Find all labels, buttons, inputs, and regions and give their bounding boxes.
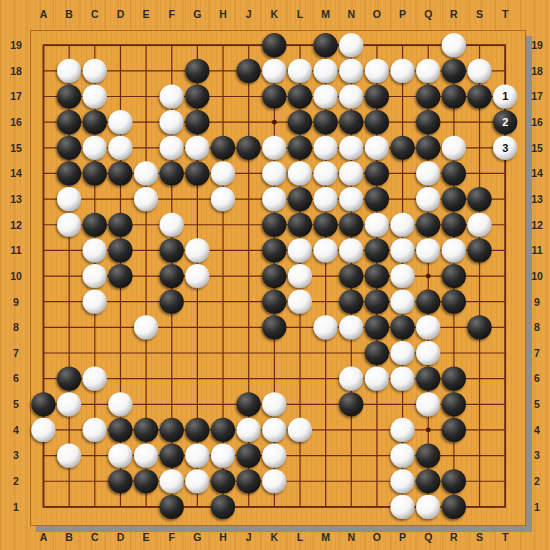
col-label-top: F [169,8,176,20]
stone-black-B17[interactable] [57,84,81,108]
stone-black-L17[interactable] [288,84,312,108]
stone-white-D15[interactable] [108,136,132,160]
stone-black-L15[interactable] [288,136,312,160]
stone-black-G18[interactable] [185,59,209,83]
stone-white-Q1[interactable] [416,495,440,519]
stone-black-F9[interactable] [160,290,184,314]
stone-white-G10[interactable] [185,264,209,288]
col-label-top: D [117,8,125,20]
stone-black-Q15[interactable] [416,136,440,160]
stone-black-Q9[interactable] [416,290,440,314]
stone-black-G4[interactable] [185,418,209,442]
stone-white-N8[interactable] [339,315,363,339]
stone-black-Q16[interactable] [416,110,440,134]
col-label-bottom: T [502,531,509,543]
stone-white-C18[interactable] [83,59,107,83]
stone-black-F11[interactable] [160,238,184,262]
stone-black-B14[interactable] [57,161,81,185]
stone-white-R11[interactable] [442,238,466,262]
stone-white-P11[interactable] [391,238,415,262]
stone-black-N5[interactable] [339,392,363,416]
stone-black-Q3[interactable] [416,444,440,468]
stone-black-J5[interactable] [237,392,261,416]
stone-white-N18[interactable] [339,59,363,83]
stone-white-B3[interactable] [57,444,81,468]
stone-black-S13[interactable] [467,187,491,211]
stone-white-Q7[interactable] [416,341,440,365]
stone-black-B6[interactable] [57,367,81,391]
stone-white-B12[interactable] [57,213,81,237]
stone-black-B16[interactable] [57,110,81,134]
row-label-left: 15 [10,142,22,154]
col-label-top: O [373,8,381,20]
stone-white-C11[interactable] [83,238,107,262]
row-label-left: 17 [10,90,22,102]
stone-black-E4[interactable] [134,418,158,442]
col-label-bottom: D [117,531,125,543]
stone-white-G2[interactable] [185,469,209,493]
stone-white-D5[interactable] [108,392,132,416]
stone-black-D11[interactable] [108,238,132,262]
stone-white-Q8[interactable] [416,315,440,339]
stone-white-F17[interactable] [160,84,184,108]
stone-black-S11[interactable] [467,238,491,262]
stone-white-L10[interactable] [288,264,312,288]
row-label-right: 8 [534,321,540,333]
stone-white-E3[interactable] [134,444,158,468]
col-label-bottom: H [219,531,227,543]
col-label-top: K [271,8,279,20]
go-board[interactable]: AABBCCDDEEFFGGHHJJKKLLMMNNOOPPQQRRSSTT19… [0,0,550,550]
row-label-right: 15 [531,142,543,154]
row-label-left: 16 [10,116,22,128]
row-label-left: 6 [13,372,19,384]
stone-white-F16[interactable] [160,110,184,134]
stone-white-N14[interactable] [339,161,363,185]
stone-white-O18[interactable] [365,59,389,83]
stone-black-D14[interactable] [108,161,132,185]
row-label-right: 11 [531,244,542,256]
col-label-bottom: L [297,531,304,543]
stone-black-H15[interactable] [211,136,235,160]
row-label-left: 2 [13,475,19,487]
stone-black-M12[interactable] [314,213,338,237]
stone-white-E8[interactable] [134,315,158,339]
row-label-right: 17 [531,90,543,102]
stone-white-P12[interactable] [391,213,415,237]
row-label-right: 19 [531,39,543,51]
row-label-left: 3 [13,449,19,461]
col-label-bottom: B [65,531,73,543]
stone-white-P10[interactable] [391,264,415,288]
row-label-right: 9 [534,296,540,308]
stone-white-L11[interactable] [288,238,312,262]
stone-black-C14[interactable] [83,161,107,185]
stone-black-K9[interactable] [262,290,286,314]
stone-white-K2[interactable] [262,469,286,493]
stone-white-C6[interactable] [83,367,107,391]
stone-black-K11[interactable] [262,238,286,262]
stone-black-F3[interactable] [160,444,184,468]
col-label-top: S [476,8,483,20]
col-label-top: P [399,8,406,20]
row-label-left: 8 [13,321,19,333]
stone-black-R1[interactable] [442,495,466,519]
stone-black-G16[interactable] [185,110,209,134]
stone-white-P7[interactable] [391,341,415,365]
stone-white-C17[interactable] [83,84,107,108]
row-label-left: 19 [10,39,22,51]
stone-black-A5[interactable] [31,392,55,416]
col-label-bottom: O [373,531,381,543]
col-label-bottom: S [476,531,483,543]
row-label-left: 5 [13,398,19,410]
stone-black-R9[interactable] [442,290,466,314]
stone-white-L4[interactable] [288,418,312,442]
stone-white-M11[interactable] [314,238,338,262]
stone-white-R19[interactable] [442,33,466,57]
stone-black-R17[interactable] [442,84,466,108]
stone-white-C10[interactable] [83,264,107,288]
stone-black-O8[interactable] [365,315,389,339]
stone-white-K3[interactable] [262,444,286,468]
stone-white-R15[interactable] [442,136,466,160]
col-label-bottom: C [91,531,99,543]
stone-white-B13[interactable] [57,187,81,211]
col-label-bottom: N [348,531,356,543]
stone-white-Q13[interactable] [416,187,440,211]
row-label-right: 16 [531,116,543,128]
col-label-top: E [143,8,150,20]
row-label-right: 4 [534,424,540,436]
stone-black-H2[interactable] [211,469,235,493]
row-label-left: 10 [10,270,22,282]
stone-white-K15[interactable] [262,136,286,160]
row-label-right: 2 [534,475,540,487]
stone-black-M19[interactable] [314,33,338,57]
stone-black-R5[interactable] [442,392,466,416]
stone-white-F12[interactable] [160,213,184,237]
col-label-bottom: G [193,531,201,543]
stone-black-J18[interactable] [237,59,261,83]
stone-white-C4[interactable] [83,418,107,442]
stone-white-P3[interactable] [391,444,415,468]
col-label-top: N [348,8,356,20]
row-label-left: 14 [10,167,22,179]
stone-black-Q2[interactable] [416,469,440,493]
stone-white-O15[interactable] [365,136,389,160]
stone-white-S12[interactable] [467,213,491,237]
col-label-top: J [246,8,252,20]
stone-black-R12[interactable] [442,213,466,237]
move-number-3: 3 [502,142,508,154]
stone-black-O13[interactable] [365,187,389,211]
stone-white-O6[interactable] [365,367,389,391]
stone-black-N16[interactable] [339,110,363,134]
row-label-left: 9 [13,296,19,308]
stone-white-S18[interactable] [467,59,491,83]
stone-white-N6[interactable] [339,367,363,391]
stone-black-F10[interactable] [160,264,184,288]
stone-white-A4[interactable] [31,418,55,442]
stone-black-S8[interactable] [467,315,491,339]
stone-black-L16[interactable] [288,110,312,134]
stone-black-K17[interactable] [262,84,286,108]
stone-white-N15[interactable] [339,136,363,160]
row-label-left: 12 [10,219,22,231]
row-label-right: 14 [531,167,543,179]
stone-white-C15[interactable] [83,136,107,160]
col-label-bottom: R [450,531,458,543]
stone-black-O16[interactable] [365,110,389,134]
stone-white-P1[interactable] [391,495,415,519]
stone-white-H3[interactable] [211,444,235,468]
col-label-bottom: Q [424,531,432,543]
stone-black-O11[interactable] [365,238,389,262]
col-label-top: R [450,8,458,20]
stone-white-P18[interactable] [391,59,415,83]
stone-black-Q12[interactable] [416,213,440,237]
stone-white-H14[interactable] [211,161,235,185]
stone-white-M18[interactable] [314,59,338,83]
col-label-bottom: P [399,531,406,543]
stone-white-M15[interactable] [314,136,338,160]
stone-black-F4[interactable] [160,418,184,442]
col-label-top: Q [424,8,432,20]
stone-black-D10[interactable] [108,264,132,288]
stone-white-K4[interactable] [262,418,286,442]
stone-white-O12[interactable] [365,213,389,237]
move-number-1: 1 [502,90,508,102]
stone-white-P2[interactable] [391,469,415,493]
col-label-top: M [321,8,330,20]
stone-black-H1[interactable] [211,495,235,519]
stone-white-F2[interactable] [160,469,184,493]
stone-white-J4[interactable] [237,418,261,442]
stone-white-C9[interactable] [83,290,107,314]
stone-black-D2[interactable] [108,469,132,493]
stone-black-N9[interactable] [339,290,363,314]
row-label-left: 1 [13,501,19,513]
stone-white-N11[interactable] [339,238,363,262]
stone-white-M13[interactable] [314,187,338,211]
stone-black-R2[interactable] [442,469,466,493]
row-label-right: 12 [531,219,543,231]
stone-black-C16[interactable] [83,110,107,134]
stone-white-E13[interactable] [134,187,158,211]
stone-white-E14[interactable] [134,161,158,185]
row-label-left: 13 [10,193,22,205]
stone-black-F14[interactable] [160,161,184,185]
row-label-right: 3 [534,449,540,461]
stone-black-G17[interactable] [185,84,209,108]
stone-black-B15[interactable] [57,136,81,160]
stone-black-K19[interactable] [262,33,286,57]
stone-black-L12[interactable] [288,213,312,237]
stone-black-E2[interactable] [134,469,158,493]
stone-white-G15[interactable] [185,136,209,160]
stone-white-M8[interactable] [314,315,338,339]
col-label-top: H [219,8,227,20]
col-label-top: B [65,8,73,20]
move-number-marks: 123 [502,90,508,153]
stone-white-K5[interactable] [262,392,286,416]
stone-black-R10[interactable] [442,264,466,288]
col-label-top: C [91,8,99,20]
stone-white-D3[interactable] [108,444,132,468]
stone-black-O10[interactable] [365,264,389,288]
stone-white-M17[interactable] [314,84,338,108]
stone-white-B5[interactable] [57,392,81,416]
col-label-top: L [297,8,304,20]
stone-black-N10[interactable] [339,264,363,288]
stone-black-R13[interactable] [442,187,466,211]
row-label-right: 13 [531,193,543,205]
stone-black-Q17[interactable] [416,84,440,108]
stone-white-D16[interactable] [108,110,132,134]
stone-white-Q5[interactable] [416,392,440,416]
col-label-bottom: F [169,531,176,543]
stone-white-N19[interactable] [339,33,363,57]
move-number-2: 2 [502,116,508,128]
stone-black-F1[interactable] [160,495,184,519]
stone-white-K13[interactable] [262,187,286,211]
stone-white-Q11[interactable] [416,238,440,262]
stone-black-J15[interactable] [237,136,261,160]
stone-black-P15[interactable] [391,136,415,160]
col-label-bottom: M [321,531,330,543]
stone-black-L13[interactable] [288,187,312,211]
stone-white-Q18[interactable] [416,59,440,83]
col-label-top: T [502,8,509,20]
stone-black-D4[interactable] [108,418,132,442]
col-label-bottom: K [271,531,279,543]
stone-black-J3[interactable] [237,444,261,468]
stone-black-O14[interactable] [365,161,389,185]
row-label-right: 1 [534,501,540,513]
row-label-left: 11 [10,244,21,256]
stone-white-G11[interactable] [185,238,209,262]
stone-white-H13[interactable] [211,187,235,211]
col-label-top: A [40,8,48,20]
stone-black-D12[interactable] [108,213,132,237]
stone-white-K14[interactable] [262,161,286,185]
row-label-right: 5 [534,398,540,410]
stone-black-C12[interactable] [83,213,107,237]
stone-white-F15[interactable] [160,136,184,160]
col-label-bottom: J [246,531,252,543]
row-label-left: 18 [10,65,22,77]
row-label-left: 7 [13,347,19,359]
col-label-bottom: A [40,531,48,543]
stone-white-P4[interactable] [391,418,415,442]
stone-black-R18[interactable] [442,59,466,83]
stone-white-P9[interactable] [391,290,415,314]
stone-black-P8[interactable] [391,315,415,339]
stone-black-O9[interactable] [365,290,389,314]
stone-white-L18[interactable] [288,59,312,83]
stones [31,33,517,519]
col-label-bottom: E [143,531,150,543]
stone-black-R6[interactable] [442,367,466,391]
stone-black-R4[interactable] [442,418,466,442]
stone-black-S17[interactable] [467,84,491,108]
row-label-right: 7 [534,347,540,359]
stone-white-L9[interactable] [288,290,312,314]
row-label-right: 18 [531,65,543,77]
stone-black-R14[interactable] [442,161,466,185]
stone-black-J2[interactable] [237,469,261,493]
go-board-app: AABBCCDDEEFFGGHHJJKKLLMMNNOOPPQQRRSSTT19… [0,0,550,550]
stone-white-Q14[interactable] [416,161,440,185]
stone-black-M16[interactable] [314,110,338,134]
stone-white-L14[interactable] [288,161,312,185]
stone-white-K18[interactable] [262,59,286,83]
stone-black-H4[interactable] [211,418,235,442]
stone-black-G14[interactable] [185,161,209,185]
stone-white-G3[interactable] [185,444,209,468]
stone-black-K12[interactable] [262,213,286,237]
col-label-top: G [193,8,201,20]
stone-white-N17[interactable] [339,84,363,108]
row-label-right: 6 [534,372,540,384]
row-label-right: 10 [531,270,543,282]
stone-black-O7[interactable] [365,341,389,365]
stone-black-K8[interactable] [262,315,286,339]
stone-white-B18[interactable] [57,59,81,83]
stone-white-N13[interactable] [339,187,363,211]
stone-white-P6[interactable] [391,367,415,391]
stone-black-Q6[interactable] [416,367,440,391]
stone-white-M14[interactable] [314,161,338,185]
stone-black-K10[interactable] [262,264,286,288]
stone-black-N12[interactable] [339,213,363,237]
row-label-left: 4 [13,424,19,436]
stone-black-O17[interactable] [365,84,389,108]
